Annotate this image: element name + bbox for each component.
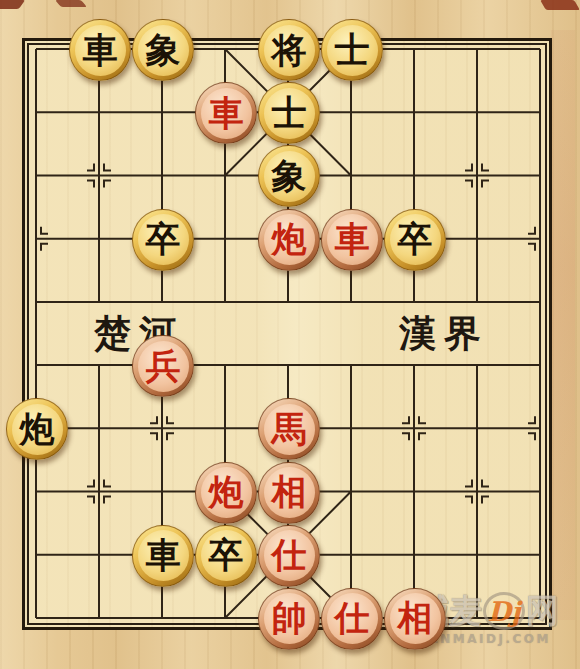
- black-soldier-d8[interactable]: 卒: [195, 525, 257, 587]
- red-advisor-f9-glyph: 仕: [335, 600, 370, 635]
- black-soldier-g3[interactable]: 卒: [384, 209, 446, 271]
- red-general-e9-face: 帥: [264, 593, 315, 644]
- black-chariot-c8-glyph: 車: [146, 537, 181, 572]
- red-cannon-d7-face: 炮: [201, 467, 252, 518]
- red-horse-e6[interactable]: 馬: [258, 398, 320, 460]
- red-elephant-g9-glyph: 相: [398, 600, 433, 635]
- black-advisor-e1[interactable]: 士: [258, 82, 320, 144]
- black-soldier-g3-glyph: 卒: [398, 221, 433, 256]
- black-cannon-a6-face: 炮: [12, 404, 63, 455]
- black-soldier-c3[interactable]: 卒: [132, 209, 194, 271]
- black-elephant-c0-face: 象: [138, 25, 189, 76]
- piece-layer: 車象将士車士象卒炮車卒兵炮馬炮相車卒仕帥仕相: [35, 48, 541, 619]
- black-elephant-e2-face: 象: [264, 151, 315, 202]
- red-elephant-e7-glyph: 相: [272, 474, 307, 509]
- red-advisor-e8-face: 仕: [264, 530, 315, 581]
- black-general-e0-glyph: 将: [272, 32, 307, 67]
- wood-background: 楚河 漢界 車象将士車士象卒炮車卒兵炮馬炮相車卒仕帥仕相 喊麦Dj网 HANMA…: [0, 0, 580, 669]
- red-elephant-e7[interactable]: 相: [258, 462, 320, 524]
- red-chariot-f3[interactable]: 車: [321, 209, 383, 271]
- black-advisor-f0[interactable]: 士: [321, 19, 383, 81]
- red-elephant-g9[interactable]: 相: [384, 588, 446, 650]
- black-soldier-g3-face: 卒: [390, 214, 441, 265]
- red-soldier-c5-face: 兵: [138, 341, 189, 392]
- black-soldier-d8-glyph: 卒: [209, 537, 244, 572]
- red-advisor-f9[interactable]: 仕: [321, 588, 383, 650]
- red-chariot-f3-glyph: 車: [335, 221, 370, 256]
- black-cannon-a6[interactable]: 炮: [6, 398, 68, 460]
- red-horse-e6-glyph: 馬: [272, 411, 307, 446]
- wood-knot-top-left-2: [55, 0, 87, 7]
- black-chariot-c8-face: 車: [138, 530, 189, 581]
- red-cannon-e3[interactable]: 炮: [258, 209, 320, 271]
- red-soldier-c5-glyph: 兵: [146, 348, 181, 383]
- black-elephant-c0-glyph: 象: [146, 32, 181, 67]
- red-soldier-c5[interactable]: 兵: [132, 335, 194, 397]
- red-cannon-e3-face: 炮: [264, 214, 315, 265]
- black-soldier-c3-face: 卒: [138, 214, 189, 265]
- black-chariot-b0-face: 車: [75, 25, 126, 76]
- red-advisor-e8-glyph: 仕: [272, 537, 307, 572]
- black-advisor-e1-face: 士: [264, 88, 315, 139]
- black-advisor-e1-glyph: 士: [272, 95, 307, 130]
- black-chariot-b0-glyph: 車: [83, 32, 118, 67]
- black-cannon-a6-glyph: 炮: [20, 411, 55, 446]
- red-chariot-f3-face: 車: [327, 214, 378, 265]
- black-advisor-f0-face: 士: [327, 25, 378, 76]
- red-general-e9[interactable]: 帥: [258, 588, 320, 650]
- wood-knot-top-left: [0, 0, 25, 9]
- red-general-e9-glyph: 帥: [272, 600, 307, 635]
- red-elephant-e7-face: 相: [264, 467, 315, 518]
- black-chariot-c8[interactable]: 車: [132, 525, 194, 587]
- wood-grain-streak: [551, 30, 575, 620]
- red-chariot-d1-glyph: 車: [209, 95, 244, 130]
- black-soldier-c3-glyph: 卒: [146, 221, 181, 256]
- black-general-e0[interactable]: 将: [258, 19, 320, 81]
- red-cannon-d7[interactable]: 炮: [195, 462, 257, 524]
- black-advisor-f0-glyph: 士: [335, 32, 370, 67]
- black-elephant-c0[interactable]: 象: [132, 19, 194, 81]
- black-general-e0-face: 将: [264, 25, 315, 76]
- red-advisor-f9-face: 仕: [327, 593, 378, 644]
- red-elephant-g9-face: 相: [390, 593, 441, 644]
- red-advisor-e8[interactable]: 仕: [258, 525, 320, 587]
- wood-knot-top-right: [540, 0, 580, 10]
- black-elephant-e2-glyph: 象: [272, 158, 307, 193]
- black-elephant-e2[interactable]: 象: [258, 145, 320, 207]
- black-chariot-b0[interactable]: 車: [69, 19, 131, 81]
- xiangqi-board: 楚河 漢界 車象将士車士象卒炮車卒兵炮馬炮相車卒仕帥仕相: [22, 38, 552, 630]
- red-horse-e6-face: 馬: [264, 404, 315, 455]
- red-chariot-d1[interactable]: 車: [195, 82, 257, 144]
- red-cannon-d7-glyph: 炮: [209, 474, 244, 509]
- red-cannon-e3-glyph: 炮: [272, 221, 307, 256]
- black-soldier-d8-face: 卒: [201, 530, 252, 581]
- red-chariot-d1-face: 車: [201, 88, 252, 139]
